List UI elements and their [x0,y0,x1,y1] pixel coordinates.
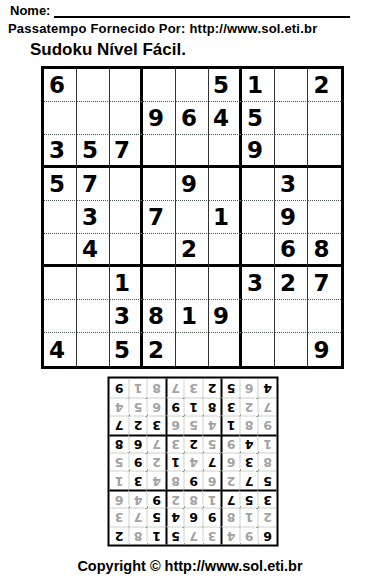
provider-text: Passatempo Fornecido Por: http://www.sol… [8,21,317,36]
worksheet-page: Nome: Passatempo Fornecido Por: http://w… [0,0,380,585]
solution-cell-r4c6: 8 [166,471,185,489]
solution-cell-r4c7: 4 [147,471,166,489]
cell-r6c2: 4 [77,234,110,267]
cell-r8c9 [308,300,341,333]
cell-r7c2 [77,267,110,300]
cell-r9c3: 5 [110,333,143,366]
cell-r9c6 [209,333,242,366]
solution-cell-r5c7: 2 [147,453,166,471]
cell-r9c2 [77,333,110,366]
cell-r9c8 [275,333,308,366]
copyright-text: Copyright © http://www.sol.eti.br [0,558,380,574]
solution-cell-r5c2: 3 [240,453,259,471]
cell-r2c7: 5 [242,102,275,135]
solution-cell-r1c5: 7 [184,526,203,544]
cell-r3c8 [275,135,308,168]
solution-cell-r8c6: 9 [166,397,185,415]
cell-r9c9: 9 [308,333,341,366]
solution-cell-r1c7: 1 [147,526,166,544]
solution-cell-r9c9: 9 [110,379,129,397]
solution-cell-r9c6: 7 [166,379,185,397]
cell-r8c6: 9 [209,300,242,333]
cell-r5c9 [308,201,341,234]
solution-cell-r6c2: 4 [240,434,259,452]
solution-cell-r7c8: 2 [129,416,148,434]
solution-cell-r3c8: 4 [129,489,148,507]
cell-r4c4 [143,168,176,201]
solution-cell-r8c8: 5 [129,397,148,415]
cell-r5c6: 1 [209,201,242,234]
cell-r3c6 [209,135,242,168]
solution-cell-r4c8: 3 [129,471,148,489]
solution-cell-r8c9: 4 [110,397,129,415]
solution-cell-r4c5: 9 [184,471,203,489]
cell-r5c1 [44,201,77,234]
cell-r8c3: 3 [110,300,143,333]
solution-cell-r9c4: 2 [203,379,222,397]
cell-r7c6 [209,267,242,300]
solution-cell-r1c4: 3 [203,526,222,544]
cell-r7c1 [44,267,77,300]
solution-cell-r2c9: 3 [110,508,129,526]
cell-r7c9: 7 [308,267,341,300]
cell-r6c7 [242,234,275,267]
solution-cell-r3c1: 3 [258,489,277,507]
solution-cell-r8c3: 3 [221,397,240,415]
cell-r6c5: 2 [176,234,209,267]
cell-r8c4: 8 [143,300,176,333]
cell-r4c1: 5 [44,168,77,201]
solution-cell-r7c4: 4 [203,416,222,434]
cell-r2c2 [77,102,110,135]
cell-r6c8: 6 [275,234,308,267]
cell-r1c1: 6 [44,69,77,102]
solution-cell-r7c3: 1 [221,416,240,434]
cell-r2c1 [44,102,77,135]
cell-r2c5: 6 [176,102,209,135]
cell-r3c4 [143,135,176,168]
cell-r6c6 [209,234,242,267]
solution-cell-r7c2: 8 [240,416,259,434]
cell-r8c5: 1 [176,300,209,333]
cell-r1c8 [275,69,308,102]
solution-cell-r5c3: 6 [221,453,240,471]
solution-cell-r6c1: 1 [258,434,277,452]
solution-cell-r4c1: 5 [258,471,277,489]
solution-cell-r2c8: 7 [129,508,148,526]
solution-cell-r1c2: 9 [240,526,259,544]
solution-cell-r3c4: 1 [203,489,222,507]
solution-cell-r1c8: 8 [129,526,148,544]
solution-cell-r8c1: 7 [258,397,277,415]
name-fill-line [54,1,350,18]
solution-cell-r1c1: 6 [258,526,277,544]
solution-cell-r6c9: 8 [110,434,129,452]
cell-r3c1: 3 [44,135,77,168]
solution-cell-r2c5: 6 [184,508,203,526]
solution-cell-r3c3: 7 [221,489,240,507]
solution-cell-r5c4: 7 [203,453,222,471]
solution-cell-r7c5: 5 [184,416,203,434]
solution-cell-r7c6: 6 [166,416,185,434]
cell-r3c7: 9 [242,135,275,168]
cell-r9c4: 2 [143,333,176,366]
cell-r7c5 [176,267,209,300]
solution-cell-r5c8: 9 [129,453,148,471]
solution-cell-r2c7: 5 [147,508,166,526]
cell-r7c8: 2 [275,267,308,300]
solution-cell-r5c6: 1 [166,453,185,471]
cell-r4c2: 7 [77,168,110,201]
cell-r6c3 [110,234,143,267]
solution-cell-r6c5: 2 [184,434,203,452]
solution-cell-r2c2: 1 [240,508,259,526]
solution-cell-r4c9: 1 [110,471,129,489]
cell-r2c6: 4 [209,102,242,135]
cell-r9c1: 4 [44,333,77,366]
cell-r6c9: 8 [308,234,341,267]
solution-cell-r6c6: 3 [166,434,185,452]
solution-cell-r9c7: 8 [147,379,166,397]
solution-cell-r9c1: 4 [258,379,277,397]
cell-r2c4: 9 [143,102,176,135]
name-label: Nome: [10,3,50,18]
cell-r7c4 [143,267,176,300]
sudoku-grid: 651296453579579337194268132738194529 [41,66,344,369]
cell-r1c7: 1 [242,69,275,102]
cell-r1c4 [143,69,176,102]
cell-r8c8 [275,300,308,333]
cell-r1c9: 2 [308,69,341,102]
cell-r2c3 [110,102,143,135]
solution-cell-r2c6: 4 [166,508,185,526]
cell-r8c7 [242,300,275,333]
solution-cell-r2c3: 8 [221,508,240,526]
solution-cell-r2c1: 2 [258,508,277,526]
cell-r3c3: 7 [110,135,143,168]
solution-cell-r8c7: 6 [147,397,166,415]
solution-cell-r4c3: 2 [221,471,240,489]
solution-grid: 6943751822189645733571829465726984318367… [108,377,279,547]
solution-cell-r2c4: 9 [203,508,222,526]
solution-cell-r6c4: 5 [203,434,222,452]
solution-cell-r5c5: 4 [184,453,203,471]
solution-cell-r5c1: 8 [258,453,277,471]
solution-cell-r9c8: 1 [129,379,148,397]
cell-r5c4: 7 [143,201,176,234]
solution-cell-r9c3: 5 [221,379,240,397]
cell-r5c5 [176,201,209,234]
solution-cell-r7c1: 9 [258,416,277,434]
cell-r4c3 [110,168,143,201]
cell-r3c5 [176,135,209,168]
cell-r2c9 [308,102,341,135]
cell-r5c3 [110,201,143,234]
solution-cell-r4c2: 7 [240,471,259,489]
solution-cell-r6c8: 6 [129,434,148,452]
cell-r4c9 [308,168,341,201]
solution-cell-r9c5: 3 [184,379,203,397]
solution-cell-r8c5: 1 [184,397,203,415]
solution-cell-r3c5: 8 [184,489,203,507]
cell-r8c2 [77,300,110,333]
cell-r4c6 [209,168,242,201]
solution-cell-r3c2: 5 [240,489,259,507]
solution-cell-r7c9: 7 [110,416,129,434]
cell-r3c9 [308,135,341,168]
cell-r6c1 [44,234,77,267]
cell-r9c7 [242,333,275,366]
solution-cell-r4c4: 6 [203,471,222,489]
solution-cell-r3c7: 9 [147,489,166,507]
cell-r7c3: 1 [110,267,143,300]
solution-cell-r9c2: 6 [240,379,259,397]
solution-cell-r8c2: 2 [240,397,259,415]
solution-cell-r3c9: 6 [110,489,129,507]
solution-cell-r1c6: 5 [166,526,185,544]
cell-r6c4 [143,234,176,267]
cell-r4c7 [242,168,275,201]
cell-r5c7 [242,201,275,234]
cell-r5c8: 9 [275,201,308,234]
cell-r3c2: 5 [77,135,110,168]
cell-r9c5 [176,333,209,366]
cell-r8c1 [44,300,77,333]
cell-r1c5 [176,69,209,102]
solution-cell-r1c3: 4 [221,526,240,544]
cell-r5c2: 3 [77,201,110,234]
cell-r4c5: 9 [176,168,209,201]
cell-r1c6: 5 [209,69,242,102]
cell-r2c8 [275,102,308,135]
solution-cell-r1c9: 2 [110,526,129,544]
cell-r7c7: 3 [242,267,275,300]
page-title: Sudoku Nível Fácil. [30,40,186,60]
solution-cell-r3c6: 2 [166,489,185,507]
solution-cell-r5c9: 5 [110,453,129,471]
solution-cell-r7c7: 3 [147,416,166,434]
solution-cell-r8c4: 8 [203,397,222,415]
cell-r1c2 [77,69,110,102]
cell-r1c3 [110,69,143,102]
solution-cell-r6c3: 9 [221,434,240,452]
solution-cell-r6c7: 7 [147,434,166,452]
cell-r4c8: 3 [275,168,308,201]
